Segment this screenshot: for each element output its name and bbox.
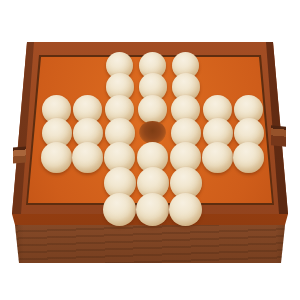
board-cell-c2[interactable] xyxy=(103,73,136,95)
board-cell-b2 xyxy=(72,73,103,95)
board-cell-a2 xyxy=(41,73,72,95)
board-cell-g1 xyxy=(233,52,264,73)
board-cell-a5[interactable] xyxy=(41,142,72,167)
board-cell-b4[interactable] xyxy=(72,118,103,142)
board-cell-e1[interactable] xyxy=(169,52,202,73)
board-cell-a4[interactable] xyxy=(41,118,72,142)
board-cell-d4[interactable] xyxy=(136,118,169,142)
board-cell-c6[interactable] xyxy=(103,167,136,193)
peg-ball[interactable] xyxy=(103,193,136,226)
board-cell-f3[interactable] xyxy=(202,95,233,118)
peg-solitaire-board xyxy=(41,52,258,202)
board-cell-a6 xyxy=(41,167,72,193)
peg-solitaire-product-photo xyxy=(0,0,300,300)
board-cell-g7 xyxy=(233,193,264,220)
board-cell-e7[interactable] xyxy=(169,193,202,220)
board-cell-g4[interactable] xyxy=(233,118,264,142)
board-cell-d2[interactable] xyxy=(136,73,169,95)
board-cell-e2[interactable] xyxy=(169,73,202,95)
board-cell-c7[interactable] xyxy=(103,193,136,220)
board-cell-g5[interactable] xyxy=(233,142,264,167)
board-cell-b3[interactable] xyxy=(72,95,103,118)
board-cell-f5[interactable] xyxy=(202,142,233,167)
board-cell-a3[interactable] xyxy=(41,95,72,118)
board-cell-d5[interactable] xyxy=(136,142,169,167)
board-cell-g6 xyxy=(233,167,264,193)
board-cell-b5[interactable] xyxy=(72,142,103,167)
board-cell-e5[interactable] xyxy=(169,142,202,167)
peg-ball[interactable] xyxy=(136,193,169,226)
board-cell-c3[interactable] xyxy=(103,95,136,118)
board-cell-g2 xyxy=(233,73,264,95)
board-cell-b1 xyxy=(72,52,103,73)
left-finger-notch xyxy=(13,146,26,163)
board-cell-f6 xyxy=(202,167,233,193)
board-cell-d1[interactable] xyxy=(136,52,169,73)
empty-hole[interactable] xyxy=(139,121,166,144)
board-cell-g3[interactable] xyxy=(233,95,264,118)
board-cell-c4[interactable] xyxy=(103,118,136,142)
board-cell-f2 xyxy=(202,73,233,95)
board-cell-f7 xyxy=(202,193,233,220)
board-cell-f4[interactable] xyxy=(202,118,233,142)
board-cell-f1 xyxy=(202,52,233,73)
peg-ball[interactable] xyxy=(169,193,202,226)
board-cell-a7 xyxy=(41,193,72,220)
board-cell-c1[interactable] xyxy=(103,52,136,73)
board-cell-e4[interactable] xyxy=(169,118,202,142)
right-finger-notch xyxy=(271,125,286,146)
board-cell-b6 xyxy=(72,167,103,193)
board-cell-d3[interactable] xyxy=(136,95,169,118)
board-cell-c5[interactable] xyxy=(103,142,136,167)
board-cell-d6[interactable] xyxy=(136,167,169,193)
board-cell-e6[interactable] xyxy=(169,167,202,193)
board-cell-b7 xyxy=(72,193,103,220)
board-cell-a1 xyxy=(41,52,72,73)
board-cell-d7[interactable] xyxy=(136,193,169,220)
board-cell-e3[interactable] xyxy=(169,95,202,118)
